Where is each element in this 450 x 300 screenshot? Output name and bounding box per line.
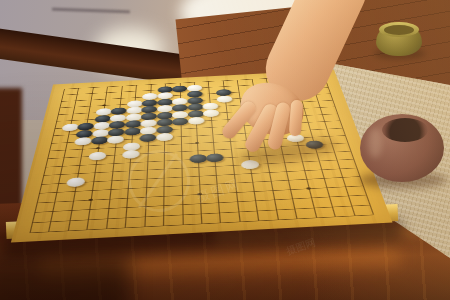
grid-line-vertical: [68, 87, 94, 230]
stone-black[interactable]: [157, 86, 172, 93]
stone-white[interactable]: [186, 85, 201, 92]
stone-black[interactable]: [141, 112, 157, 120]
stone-white[interactable]: [142, 93, 158, 100]
stone-black[interactable]: [187, 110, 203, 118]
stone-jar-highlight: [368, 128, 382, 158]
stone-white[interactable]: [107, 135, 125, 144]
grid-line-horizontal: [41, 168, 356, 185]
star-point: [293, 137, 297, 139]
grid-line-horizontal: [32, 205, 370, 223]
stone-white[interactable]: [92, 129, 110, 137]
star-point: [89, 198, 94, 201]
stone-white[interactable]: [157, 92, 172, 99]
stone-black[interactable]: [91, 136, 109, 145]
grid-line-horizontal: [43, 159, 353, 176]
star-point: [193, 100, 197, 102]
stone-white[interactable]: [110, 114, 127, 122]
stone-black[interactable]: [187, 97, 203, 104]
stone-black[interactable]: [156, 126, 173, 134]
stone-white[interactable]: [95, 108, 112, 116]
stone-black[interactable]: [125, 120, 142, 128]
star-point: [306, 187, 311, 189]
stone-white[interactable]: [74, 137, 92, 146]
grid-line-vertical: [125, 85, 137, 228]
stone-black[interactable]: [108, 128, 125, 136]
stone-black[interactable]: [124, 127, 141, 135]
star-point: [195, 142, 199, 144]
pinky-finger: [289, 100, 303, 137]
grid-line-vertical: [223, 81, 241, 222]
stone-white[interactable]: [172, 111, 188, 119]
stone-white[interactable]: [88, 152, 106, 161]
stone-white[interactable]: [126, 107, 142, 115]
stone-black[interactable]: [109, 121, 126, 129]
stone-jar-opening: [382, 118, 428, 142]
stone-black[interactable]: [172, 104, 188, 112]
stone-white[interactable]: [140, 126, 157, 134]
stone-black[interactable]: [189, 154, 207, 163]
stone-white[interactable]: [122, 142, 140, 151]
stone-white[interactable]: [93, 122, 110, 130]
photo-scene: 摄图网 摄图网: [0, 0, 450, 300]
stone-black[interactable]: [206, 153, 224, 162]
stone-black[interactable]: [216, 89, 232, 96]
stone-black[interactable]: [187, 91, 203, 98]
stone-black[interactable]: [157, 99, 173, 107]
stone-black[interactable]: [94, 115, 111, 123]
stone-black[interactable]: [142, 99, 158, 107]
stone-white[interactable]: [203, 109, 220, 117]
stone-black[interactable]: [156, 118, 172, 126]
star-point: [96, 147, 100, 149]
stone-white[interactable]: [156, 133, 173, 142]
stone-black[interactable]: [156, 112, 172, 120]
stone-black[interactable]: [111, 107, 128, 115]
stone-black[interactable]: [139, 134, 156, 143]
stone-white[interactable]: [125, 113, 142, 121]
stone-black[interactable]: [141, 106, 157, 114]
tea-surface: [384, 25, 414, 35]
stone-white[interactable]: [188, 117, 205, 125]
grid-line-vertical: [49, 88, 80, 232]
stone-white[interactable]: [61, 123, 79, 131]
stone-white[interactable]: [217, 95, 233, 102]
star-point: [103, 105, 107, 107]
stone-black[interactable]: [172, 118, 188, 126]
stone-black[interactable]: [77, 123, 95, 131]
stone-black[interactable]: [76, 130, 94, 138]
shadow-corner: [0, 255, 130, 300]
stone-black[interactable]: [187, 103, 203, 111]
stone-white[interactable]: [66, 177, 86, 187]
grid-line-vertical: [106, 86, 123, 229]
go-board[interactable]: [11, 70, 393, 243]
stone-black[interactable]: [172, 85, 187, 92]
stone-white[interactable]: [172, 98, 188, 106]
stone-white[interactable]: [127, 100, 143, 108]
stone-white[interactable]: [202, 103, 218, 111]
stone-white[interactable]: [157, 105, 173, 113]
grid-line-vertical: [87, 87, 108, 230]
stone-white[interactable]: [140, 119, 157, 127]
